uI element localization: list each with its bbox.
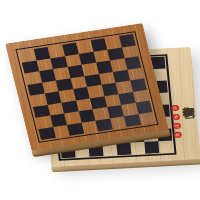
top-board (5, 23, 171, 157)
board-square (138, 112, 155, 125)
top-board-grid (19, 34, 155, 140)
board-square (158, 140, 173, 153)
seal-stamp: 传 (171, 105, 180, 111)
brand-text: 御棋工艺 (181, 99, 198, 148)
seal-stamp: 承 (172, 114, 181, 120)
seal-stamp: 经 (173, 123, 182, 129)
board-square (116, 143, 131, 156)
board-square (130, 142, 145, 155)
top-board-surface (5, 23, 169, 151)
board-square (144, 141, 159, 154)
seal-column: 传承经典 (171, 105, 182, 138)
seal-stamp: 典 (173, 132, 182, 138)
product-photo: 传承经典 御棋工艺 (0, 0, 200, 200)
